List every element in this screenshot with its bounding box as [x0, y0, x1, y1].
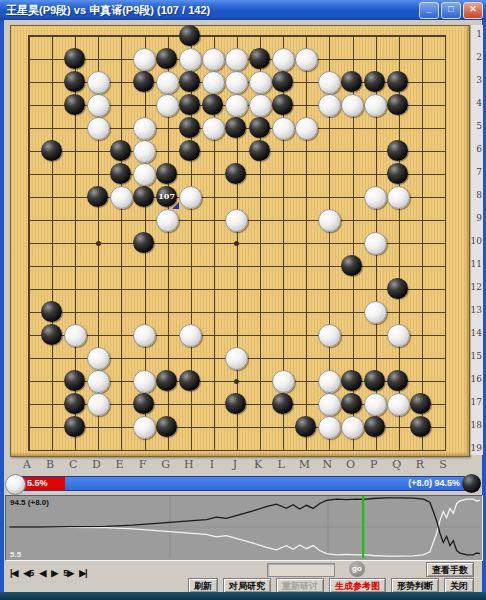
stone-N3	[318, 71, 341, 94]
stone-B6	[41, 140, 62, 161]
stone-I5	[202, 117, 225, 140]
stone-C3	[64, 71, 85, 92]
action-buttons: 刷新 对局研究 重新研讨 生成参考图 形势判断 关闭	[188, 578, 474, 593]
stone-R18	[410, 416, 431, 437]
stone-K5	[249, 117, 270, 138]
winrate-graph[interactable]: 94.5 (+8.0) 5.5	[5, 495, 483, 561]
stone-O3	[341, 71, 362, 92]
stone-N4	[318, 94, 341, 117]
stone-H4	[179, 94, 200, 115]
stone-P13	[364, 301, 387, 324]
row-label-4: 4	[476, 98, 482, 108]
winrate-chart	[6, 496, 480, 558]
white-winrate-segment: 5.5%	[22, 477, 65, 490]
column-labels: ABCDEFGHIJKLMNOPQRS	[10, 458, 468, 472]
stone-C18	[64, 416, 85, 437]
col-label-D: D	[87, 458, 105, 471]
stone-P17	[364, 393, 387, 416]
stone-F2	[133, 48, 156, 71]
stone-Q16	[387, 370, 408, 391]
col-label-B: B	[41, 458, 59, 471]
stone-H16	[179, 370, 200, 391]
row-label-18: 18	[471, 420, 482, 430]
main-panel: 107 ABCDEFGHIJKLMNOPQRS 1234567891011121…	[4, 20, 482, 592]
stone-M18	[295, 416, 316, 437]
col-label-E: E	[110, 458, 128, 471]
col-label-A: A	[18, 458, 36, 471]
window-left-border	[0, 20, 4, 592]
eval-track: 5.5% (+8.0) 94.5%	[21, 476, 465, 491]
stone-H1	[179, 25, 200, 46]
stone-O4	[341, 94, 364, 117]
move-number-input[interactable]	[267, 563, 335, 577]
graph-top-label: 94.5 (+8.0)	[10, 498, 49, 507]
stone-I2	[202, 48, 225, 71]
nav-toolbar: |◀◀5◀▶5▶▶| go	[10, 563, 478, 579]
stone-Q12	[387, 278, 408, 299]
nav-button-5[interactable]: ▶|	[79, 568, 86, 578]
stone-F17	[133, 393, 154, 414]
stone-D8	[87, 186, 108, 207]
stone-N16	[318, 370, 341, 393]
close-icon[interactable]: ✕	[463, 2, 483, 19]
row-label-16: 16	[471, 374, 482, 384]
go-board[interactable]: 107	[10, 25, 470, 457]
stone-O11	[341, 255, 362, 276]
nav-button-2[interactable]: ◀	[39, 568, 45, 578]
stone-P16	[364, 370, 385, 391]
stone-F6	[133, 140, 156, 163]
stone-H3	[179, 71, 200, 92]
stone-B13	[41, 301, 62, 322]
close-button[interactable]: 关闭	[444, 578, 474, 593]
row-label-8: 8	[476, 190, 482, 200]
stone-L2	[272, 48, 295, 71]
go-button[interactable]: go	[349, 561, 365, 577]
stone-E6	[110, 140, 131, 161]
nav-buttons: |◀◀5◀▶5▶▶|	[10, 563, 93, 580]
stone-O18	[341, 416, 364, 439]
row-label-2: 2	[476, 52, 482, 62]
col-label-J: J	[226, 458, 244, 471]
stone-L17	[272, 393, 293, 414]
stone-D4	[87, 94, 110, 117]
stone-G8: 107	[156, 186, 177, 207]
position-judgment-button[interactable]: 形势判断	[391, 578, 439, 593]
stone-H8	[179, 186, 202, 209]
stone-C14	[64, 324, 87, 347]
row-label-7: 7	[476, 167, 482, 177]
stone-F7	[133, 163, 156, 186]
row-label-10: 10	[471, 236, 482, 246]
stone-J3	[225, 71, 248, 94]
stone-G9	[156, 209, 179, 232]
row-label-6: 6	[476, 144, 482, 154]
window-title: 王星昊(P9段) vs 申真谞(P9段) (107 / 142)	[0, 3, 210, 18]
stone-J4	[225, 94, 248, 117]
row-label-14: 14	[471, 328, 482, 338]
stone-C2	[64, 48, 85, 69]
stone-G16	[156, 370, 177, 391]
stone-D16	[87, 370, 110, 393]
col-label-L: L	[272, 458, 290, 471]
stone-Q17	[387, 393, 410, 416]
col-label-O: O	[342, 458, 360, 471]
stone-P18	[364, 416, 385, 437]
stone-E7	[110, 163, 131, 184]
stone-L3	[272, 71, 293, 92]
stone-N17	[318, 393, 341, 416]
stone-B14	[41, 324, 62, 345]
stone-P4	[364, 94, 387, 117]
col-label-C: C	[64, 458, 82, 471]
stone-H5	[179, 117, 200, 138]
row-label-17: 17	[471, 397, 482, 407]
stone-G18	[156, 416, 177, 437]
evaluation-bar: 5.5% (+8.0) 94.5%	[5, 475, 481, 492]
stone-H14	[179, 324, 202, 347]
stone-G4	[156, 94, 179, 117]
graph-bottom-label: 5.5	[10, 550, 21, 559]
maximize-button[interactable]: □	[441, 2, 461, 19]
stone-J5	[225, 117, 246, 138]
row-label-3: 3	[476, 75, 482, 85]
stone-Q14	[387, 324, 410, 347]
col-label-K: K	[249, 458, 267, 471]
col-label-G: G	[157, 458, 175, 471]
last-move-triangle-icon	[172, 202, 179, 209]
stone-K4	[249, 94, 272, 117]
stone-P3	[364, 71, 385, 92]
stone-Q7	[387, 163, 408, 184]
window-bottom-border	[0, 592, 486, 600]
stone-J9	[225, 209, 248, 232]
restudy-button[interactable]: 重新研讨	[276, 578, 324, 593]
stone-O17	[341, 393, 362, 414]
row-label-15: 15	[471, 351, 482, 361]
stone-I4	[202, 94, 223, 115]
row-labels: 12345678910111213141516171819	[470, 25, 483, 455]
row-label-5: 5	[476, 121, 482, 131]
stone-D3	[87, 71, 110, 94]
black-winrate-segment: (+8.0) 94.5%	[65, 477, 464, 490]
row-label-9: 9	[476, 213, 482, 223]
view-move-numbers-button[interactable]: 查看手数	[426, 562, 474, 577]
minimize-button[interactable]: _	[419, 2, 439, 19]
stone-C17	[64, 393, 85, 414]
stone-M5	[295, 117, 318, 140]
generate-reference-button[interactable]: 生成参考图	[329, 578, 386, 593]
stone-L16	[272, 370, 295, 393]
col-label-M: M	[295, 458, 313, 471]
stone-G7	[156, 163, 177, 184]
stone-F8	[133, 186, 154, 207]
nav-button-4[interactable]: 5▶	[63, 568, 73, 578]
stone-N18	[318, 416, 341, 439]
col-label-S: S	[434, 458, 452, 471]
hoshi-point	[96, 241, 101, 246]
stone-I3	[202, 71, 225, 94]
stone-R17	[410, 393, 431, 414]
stone-O16	[341, 370, 362, 391]
stone-K6	[249, 140, 270, 161]
col-label-P: P	[365, 458, 383, 471]
title-bar: 王星昊(P9段) vs 申真谞(P9段) (107 / 142) _ □ ✕	[0, 0, 486, 20]
stone-K3	[249, 71, 272, 94]
stone-F16	[133, 370, 156, 393]
stone-F3	[133, 71, 154, 92]
row-label-19: 19	[471, 443, 482, 453]
stone-G2	[156, 48, 177, 69]
stone-N9	[318, 209, 341, 232]
stone-Q4	[387, 94, 408, 115]
row-label-1: 1	[476, 29, 482, 39]
stone-D17	[87, 393, 110, 416]
stone-H2	[179, 48, 202, 71]
stone-P10	[364, 232, 387, 255]
row-label-11: 11	[471, 259, 482, 269]
stone-P8	[364, 186, 387, 209]
stone-J15	[225, 347, 248, 370]
stone-D15	[87, 347, 110, 370]
stone-C4	[64, 94, 85, 115]
stone-G3	[156, 71, 179, 94]
row-label-12: 12	[471, 282, 482, 292]
stone-Q6	[387, 140, 408, 161]
stone-C16	[64, 370, 85, 391]
stone-L4	[272, 94, 293, 115]
stone-J7	[225, 163, 246, 184]
game-study-button[interactable]: 对局研究	[223, 578, 271, 593]
stone-D5	[87, 117, 110, 140]
stone-F14	[133, 324, 156, 347]
nav-button-1[interactable]: ◀5	[23, 568, 33, 578]
stone-Q3	[387, 71, 408, 92]
stone-F10	[133, 232, 154, 253]
hoshi-point	[234, 379, 239, 384]
col-label-R: R	[411, 458, 429, 471]
stone-K2	[249, 48, 270, 69]
white-stone-icon	[5, 474, 26, 495]
col-label-Q: Q	[388, 458, 406, 471]
col-label-I: I	[203, 458, 221, 471]
stone-F18	[133, 416, 156, 439]
col-label-N: N	[318, 458, 336, 471]
stone-L5	[272, 117, 295, 140]
stone-J17	[225, 393, 246, 414]
stone-M2	[295, 48, 318, 71]
col-label-H: H	[180, 458, 198, 471]
nav-button-0[interactable]: |◀	[10, 568, 17, 578]
stone-E8	[110, 186, 133, 209]
stone-H6	[179, 140, 200, 161]
hoshi-point	[234, 241, 239, 246]
stone-J2	[225, 48, 248, 71]
nav-button-3[interactable]: ▶	[51, 568, 57, 578]
black-stone-icon	[462, 474, 481, 493]
refresh-button[interactable]: 刷新	[188, 578, 218, 593]
stone-Q8	[387, 186, 410, 209]
stone-N14	[318, 324, 341, 347]
row-label-13: 13	[471, 305, 482, 315]
col-label-F: F	[134, 458, 152, 471]
stone-F5	[133, 117, 156, 140]
